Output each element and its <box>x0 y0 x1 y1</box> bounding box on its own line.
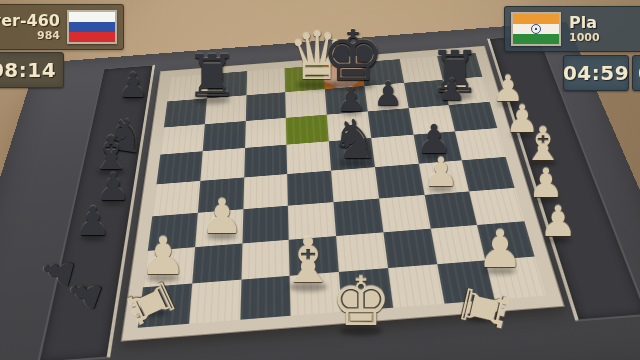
captured-white-white-pawn-4: ♟ <box>539 201 577 243</box>
square-f4[interactable] <box>375 164 424 199</box>
square-d6[interactable] <box>286 114 329 144</box>
square-f1[interactable] <box>388 264 444 307</box>
square-c5[interactable] <box>244 145 288 178</box>
russia-flag-icon <box>67 10 117 44</box>
square-a4[interactable] <box>152 181 200 216</box>
piece-f7-black-pawn[interactable]: ♟ <box>373 77 403 110</box>
square-h4[interactable] <box>462 157 515 191</box>
piece-e1-white-king[interactable]: ♚ <box>331 268 392 336</box>
square-d5[interactable] <box>287 141 331 174</box>
square-c8[interactable] <box>246 68 285 95</box>
india-flag-icon <box>511 12 561 46</box>
square-f3[interactable] <box>379 195 430 232</box>
square-h5[interactable] <box>455 128 505 160</box>
player-right-info: Pla 1000 <box>569 15 600 43</box>
clock-black-secondary: 0 <box>632 55 640 91</box>
square-c6[interactable] <box>245 118 287 149</box>
square-a5[interactable] <box>156 151 202 184</box>
clock-black: 04:59 <box>563 55 629 91</box>
captured-black-black-pawn-0: ♟ <box>118 68 148 102</box>
piece-h2-white-pawn[interactable]: ♟ <box>477 223 524 275</box>
captured-black-black-pawn-4: ♟ <box>75 201 111 241</box>
square-g3[interactable] <box>424 191 477 228</box>
clock-white: 08:14 <box>0 52 64 88</box>
player-left-rating: 984 <box>37 30 60 42</box>
piece-g4-white-pawn[interactable]: ♟ <box>423 152 459 192</box>
square-b6[interactable] <box>202 121 245 152</box>
square-c7[interactable] <box>245 92 286 121</box>
square-e3[interactable] <box>333 198 383 235</box>
piece-e5-black-knight[interactable]: ♞ <box>331 113 379 167</box>
square-b2[interactable] <box>192 243 242 284</box>
piece-b3-white-pawn[interactable]: ♟ <box>200 192 243 240</box>
player-panel-right: Pla 1000 <box>504 6 640 52</box>
piece-a8-black-rook[interactable]: ♜ <box>186 47 238 105</box>
player-left-info: yer-460 984 <box>0 13 60 41</box>
square-d4[interactable] <box>287 171 333 206</box>
piece-d2-white-bishop[interactable]: ♝ <box>280 230 336 292</box>
square-a6[interactable] <box>160 124 204 155</box>
player-panel-left: yer-460 984 <box>0 4 124 50</box>
player-right-rating: 1000 <box>569 32 600 44</box>
square-c4[interactable] <box>243 174 288 209</box>
square-b1[interactable] <box>189 280 241 324</box>
piece-h7-black-pawn[interactable]: ♟ <box>439 75 466 105</box>
game-screen: ♜♛♚♜♟♟♟♞♟♟♟♟♝♟♚♜♜♟♞♝♟♟♟♟♟♟♝♟♟ yer-460 98… <box>0 0 640 360</box>
player-right-name: Pla <box>569 15 597 32</box>
square-e4[interactable] <box>331 167 379 202</box>
square-b5[interactable] <box>200 148 244 181</box>
player-left-name: yer-460 <box>0 13 60 30</box>
